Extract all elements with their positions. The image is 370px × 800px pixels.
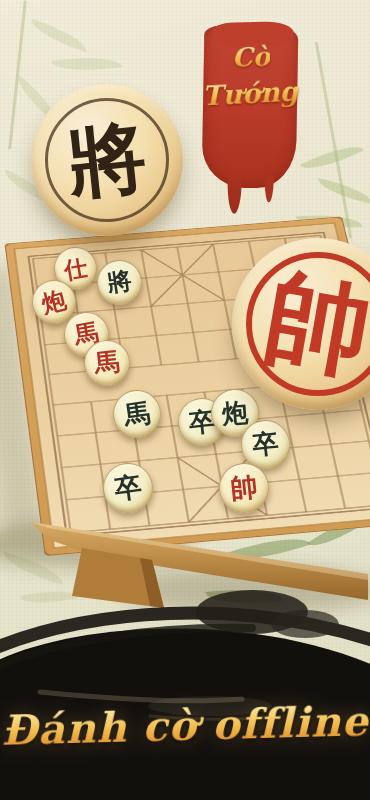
app-logo-splash: Cờ Tướng xyxy=(202,25,299,189)
black-general-piece: 將 xyxy=(31,84,183,236)
black-general-glyph: 將 xyxy=(64,117,150,203)
tagline-banner: Đánh cờ offline xyxy=(0,702,370,750)
app-title-line1: Cờ xyxy=(231,41,270,72)
board-piece-black: 馬 xyxy=(110,387,164,441)
board-piece-black: 將 xyxy=(94,257,145,308)
splash-screen[interactable]: { "game": "xiangqi", "position": "9/3Ak4… xyxy=(0,0,370,800)
red-marshal-glyph: 帥 xyxy=(258,264,370,384)
app-title-line2: Tướng xyxy=(201,76,299,112)
board-piece-black: 卒 xyxy=(100,460,156,516)
tagline-text: Đánh cờ offline xyxy=(1,697,370,755)
